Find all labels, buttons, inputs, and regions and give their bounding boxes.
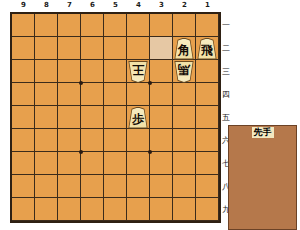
board-cell-8-9[interactable] <box>35 198 58 221</box>
rank-label-2: 二 <box>221 37 231 60</box>
board-cell-7-9[interactable] <box>58 198 81 221</box>
file-label-8: 8 <box>35 1 58 10</box>
board-cell-2-4[interactable] <box>173 83 196 106</box>
board-cell-5-2[interactable] <box>104 37 127 60</box>
board-cell-9-5[interactable] <box>12 106 35 129</box>
file-label-1: 1 <box>196 1 219 10</box>
board-cell-6-1[interactable] <box>81 14 104 37</box>
board-cell-9-1[interactable] <box>12 14 35 37</box>
board-cell-7-1[interactable] <box>58 14 81 37</box>
board-cell-2-7[interactable] <box>173 152 196 175</box>
board-cell-4-1[interactable] <box>127 14 150 37</box>
board-cell-3-2[interactable] <box>150 37 173 60</box>
sente-label: 先手 <box>252 127 274 138</box>
piece-kanji: 歩 <box>132 110 144 125</box>
board-cell-8-3[interactable] <box>35 60 58 83</box>
board-cell-9-9[interactable] <box>12 198 35 221</box>
board-cell-7-4[interactable] <box>58 83 81 106</box>
board-cell-8-4[interactable] <box>35 83 58 106</box>
rank-label-4: 四 <box>221 83 231 106</box>
komadai-sente: 先手 <box>228 125 297 230</box>
board-cell-6-5[interactable] <box>81 106 104 129</box>
board-cell-2-6[interactable] <box>173 129 196 152</box>
board-cell-8-5[interactable] <box>35 106 58 129</box>
board-cell-6-4[interactable] <box>81 83 104 106</box>
board-cell-1-1[interactable] <box>196 14 219 37</box>
board-cell-5-7[interactable] <box>104 152 127 175</box>
shogi-board: 飛角馬王歩 <box>10 12 221 223</box>
piece-face: 歩 <box>129 108 147 128</box>
board-cell-8-2[interactable] <box>35 37 58 60</box>
board-cell-9-8[interactable] <box>12 175 35 198</box>
board-cell-5-1[interactable] <box>104 14 127 37</box>
board-cell-1-9[interactable] <box>196 198 219 221</box>
piece-kanji: 王 <box>132 64 144 79</box>
rank-label-1: 一 <box>221 14 231 37</box>
board-cell-4-7[interactable] <box>127 152 150 175</box>
board-cell-5-5[interactable] <box>104 106 127 129</box>
board-cell-6-6[interactable] <box>81 129 104 152</box>
file-label-4: 4 <box>127 1 150 10</box>
board-cell-3-5[interactable] <box>150 106 173 129</box>
file-label-7: 7 <box>58 1 81 10</box>
board-cell-1-6[interactable] <box>196 129 219 152</box>
board-cell-9-7[interactable] <box>12 152 35 175</box>
board-cell-6-7[interactable] <box>81 152 104 175</box>
board-cell-8-7[interactable] <box>35 152 58 175</box>
board-cell-8-6[interactable] <box>35 129 58 152</box>
board-cell-1-5[interactable] <box>196 106 219 129</box>
file-label-5: 5 <box>104 1 127 10</box>
board-cell-9-3[interactable] <box>12 60 35 83</box>
board-cell-7-7[interactable] <box>58 152 81 175</box>
board-cell-3-6[interactable] <box>150 129 173 152</box>
board-cell-7-8[interactable] <box>58 175 81 198</box>
piece-face: 馬 <box>175 62 193 82</box>
board-cell-2-1[interactable] <box>173 14 196 37</box>
board-cell-3-7[interactable] <box>150 152 173 175</box>
board-cell-2-9[interactable] <box>173 198 196 221</box>
board-cell-2-5[interactable] <box>173 106 196 129</box>
piece-face: 王 <box>129 62 147 82</box>
board-cell-5-6[interactable] <box>104 129 127 152</box>
board-cell-7-6[interactable] <box>58 129 81 152</box>
board-cell-9-6[interactable] <box>12 129 35 152</box>
file-label-3: 3 <box>150 1 173 10</box>
board-cell-3-9[interactable] <box>150 198 173 221</box>
board-cell-5-4[interactable] <box>104 83 127 106</box>
board-cell-3-1[interactable] <box>150 14 173 37</box>
board-cell-4-2[interactable] <box>127 37 150 60</box>
board-cell-7-5[interactable] <box>58 106 81 129</box>
piece-kanji: 角 <box>178 41 190 56</box>
board-cell-6-2[interactable] <box>81 37 104 60</box>
board-cell-6-3[interactable] <box>81 60 104 83</box>
board-cell-7-3[interactable] <box>58 60 81 83</box>
board-cell-3-3[interactable] <box>150 60 173 83</box>
file-labels: 987654321 <box>12 1 219 10</box>
rank-label-3: 三 <box>221 60 231 83</box>
file-label-6: 6 <box>81 1 104 10</box>
piece-face: 角 <box>175 39 193 59</box>
board-cell-1-8[interactable] <box>196 175 219 198</box>
board-cell-5-3[interactable] <box>104 60 127 83</box>
board-cell-8-1[interactable] <box>35 14 58 37</box>
board-cell-9-4[interactable] <box>12 83 35 106</box>
board-cell-2-8[interactable] <box>173 175 196 198</box>
board-cell-6-9[interactable] <box>81 198 104 221</box>
board-cell-7-2[interactable] <box>58 37 81 60</box>
board-cell-6-8[interactable] <box>81 175 104 198</box>
piece-face: 飛 <box>198 39 216 59</box>
piece-kanji: 馬 <box>178 64 190 79</box>
piece-kanji: 飛 <box>201 41 213 56</box>
board-cell-1-4[interactable] <box>196 83 219 106</box>
board-cell-3-4[interactable] <box>150 83 173 106</box>
board-cell-5-8[interactable] <box>104 175 127 198</box>
board-cell-4-4[interactable] <box>127 83 150 106</box>
file-label-2: 2 <box>173 1 196 10</box>
board-cell-1-7[interactable] <box>196 152 219 175</box>
board-cell-3-8[interactable] <box>150 175 173 198</box>
board-cell-8-8[interactable] <box>35 175 58 198</box>
board-cell-4-9[interactable] <box>127 198 150 221</box>
board-cell-1-3[interactable] <box>196 60 219 83</box>
board-cell-5-9[interactable] <box>104 198 127 221</box>
file-label-9: 9 <box>12 1 35 10</box>
board-cell-9-2[interactable] <box>12 37 35 60</box>
board-cell-4-6[interactable] <box>127 129 150 152</box>
board-cell-4-8[interactable] <box>127 175 150 198</box>
